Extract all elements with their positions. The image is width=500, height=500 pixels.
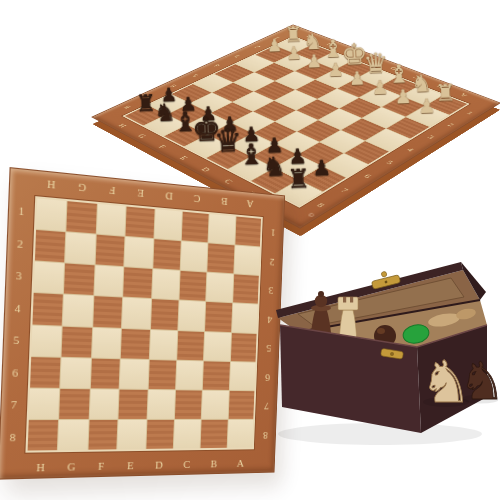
square-f5	[92, 327, 121, 358]
square-b3	[363, 107, 405, 128]
square-d6	[148, 360, 176, 389]
square-e6	[120, 359, 149, 389]
square-b7	[202, 390, 229, 418]
piece-white-pawn-c2: ♟	[371, 78, 388, 97]
square-h2	[35, 230, 66, 263]
piece-black-rook-h8: ♜	[135, 92, 156, 116]
square-e3	[123, 267, 152, 298]
square-h7	[29, 388, 60, 419]
coordinate-label-left: 2	[17, 227, 24, 260]
square-e5	[121, 328, 150, 358]
square-e4	[122, 298, 151, 329]
coordinate-label-bottom: G	[56, 459, 87, 472]
coordinate-label-top: D	[155, 189, 183, 204]
square-b2	[208, 243, 235, 273]
square-a2	[234, 246, 260, 276]
square-c4	[178, 301, 205, 331]
coordinate-label-left: 6	[12, 356, 19, 388]
square-h3	[34, 262, 65, 294]
square-e8	[117, 420, 146, 449]
coordinate-label-top: E	[126, 186, 155, 201]
square-d4	[150, 299, 178, 329]
coordinate-label-right: 4	[398, 142, 423, 156]
square-g5	[62, 326, 92, 357]
square-e1	[126, 207, 155, 239]
copyright-mark: ©	[308, 213, 314, 218]
square-f3	[94, 266, 123, 297]
piece-white-pawn-a2: ♟	[418, 96, 436, 116]
coordinate-label-bottom: F	[86, 459, 116, 472]
square-g6	[61, 357, 91, 388]
empty-chess-board: HGFEDCBA HGFEDCBA 12345678 12345678	[0, 167, 285, 480]
coordinate-label-bottom: C	[173, 457, 201, 469]
square-b8	[201, 420, 228, 448]
square-g4	[63, 295, 93, 326]
square-g3	[64, 264, 94, 296]
square-c8	[174, 420, 201, 449]
square-d8	[146, 420, 174, 449]
piece-black-rook-a8: ♜	[286, 166, 310, 193]
piece-white-pawn-g2: ♟	[286, 44, 302, 62]
coordinate-label-left: 7	[10, 388, 17, 420]
piece-white-pawn-b2: ♟	[394, 87, 412, 107]
coordinate-label-top: C	[183, 191, 211, 205]
square-c2	[181, 241, 208, 271]
empty-board-files-bottom: HGFEDCBA	[24, 453, 253, 477]
square-h5	[31, 325, 62, 356]
square-a8	[227, 420, 253, 448]
square-d5	[149, 330, 177, 360]
square-a4	[232, 304, 258, 333]
square-h8	[28, 420, 59, 451]
set-board-grid: ♜♞♝♚♛♝♞♜♟♟♟♟♟♟♟♟♟♟♟♟♟♟♟♟♜♞♝♚♛♝♞♜	[122, 36, 470, 208]
square-g8	[58, 420, 88, 450]
coordinate-label-right: 1	[270, 218, 276, 247]
coordinate-label-left: 1	[18, 195, 25, 228]
square-a3	[233, 275, 259, 304]
square-a5	[231, 333, 257, 362]
coordinate-label-left: 5	[13, 324, 20, 356]
square-f2	[95, 235, 124, 267]
square-g7	[60, 389, 90, 419]
square-b5	[204, 332, 231, 361]
square-e7	[119, 389, 148, 418]
coordinate-label-left: 4	[14, 291, 21, 324]
square-h6	[30, 357, 61, 388]
coordinate-label-left: 8	[9, 421, 16, 453]
square-d1	[154, 209, 182, 240]
coordinate-label-top: A	[237, 197, 263, 211]
black-knight-icon: ♞	[459, 351, 498, 411]
square-g2	[66, 232, 96, 264]
square-e2	[124, 237, 153, 268]
square-b1	[209, 214, 236, 244]
square-d2	[153, 239, 181, 270]
square-f8	[88, 420, 117, 450]
piece-white-pawn-e2: ♟	[327, 60, 344, 79]
piece-white-rook-a1: ♜	[435, 81, 456, 105]
square-f6	[91, 358, 120, 388]
square-a6	[229, 362, 255, 390]
coordinate-label-top: H	[36, 177, 67, 193]
square-f7	[89, 389, 118, 419]
piece-white-pawn-d2: ♟	[349, 69, 366, 88]
square-h1	[36, 198, 67, 231]
coordinate-label-bottom: B	[200, 457, 227, 469]
square-b4	[205, 302, 232, 331]
coordinate-label-right: 5	[377, 155, 402, 170]
square-a7	[228, 391, 254, 419]
coordinate-label-top: G	[67, 180, 98, 195]
empty-board-grid	[25, 196, 262, 453]
product-photo-chess-set: HGFEDCBA HGFEDCBA 12345678 12345678 ♜♞♝♚…	[0, 0, 500, 500]
square-c3	[179, 271, 206, 301]
square-c1	[182, 212, 209, 243]
coordinate-label-bottom: G	[128, 129, 156, 144]
coordinate-label-bottom: A	[227, 456, 254, 468]
square-f1	[97, 204, 126, 236]
coordinate-label-bottom: E	[116, 458, 145, 471]
piece-white-pawn-f2: ♟	[306, 52, 323, 70]
piece-black-bishop-c8: ♝	[237, 140, 263, 169]
coordinate-label-bottom: H	[25, 460, 57, 473]
square-a1	[235, 217, 261, 247]
square-f4	[93, 296, 122, 327]
box-ground-shadow	[278, 423, 482, 445]
square-g1	[67, 201, 97, 233]
coordinate-label-left: 3	[15, 259, 22, 292]
square-b6	[203, 361, 230, 390]
chess-box: ♞ ♞	[268, 252, 498, 482]
square-c7	[175, 390, 202, 419]
square-h4	[32, 293, 63, 325]
piece-black-pawn-a7: ♟	[312, 157, 332, 179]
square-c6	[176, 360, 203, 389]
square-d3	[152, 269, 180, 299]
coordinate-label-bottom: D	[145, 458, 174, 471]
coordinate-label-top: B	[210, 194, 237, 208]
square-c5	[177, 331, 204, 360]
coordinate-label-top: F	[97, 183, 127, 198]
square-d7	[147, 390, 175, 419]
piece-black-knight-b8: ♞	[262, 153, 287, 181]
square-b3	[206, 273, 233, 303]
